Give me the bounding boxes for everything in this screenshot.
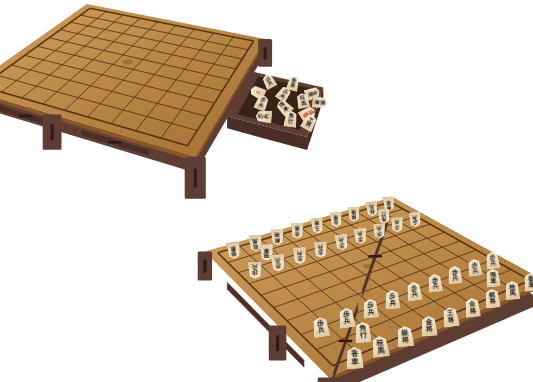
piece-kanji: 銀 将 [351, 209, 356, 219]
apron-drawer-panel-slot [339, 340, 353, 343]
piece-kanji: 銀 将 [489, 292, 496, 306]
piece-kanji: 香 車 [351, 351, 359, 367]
piece-kanji: 飛 車 [489, 272, 496, 285]
apron-panel-slot [108, 141, 122, 144]
piece-kanji: 金 将 [295, 226, 300, 237]
piece-kanji: 桂 馬 [376, 339, 385, 355]
piece-kanji: 歩 兵 [318, 243, 324, 255]
piece-kanji: 角 行 [287, 114, 294, 126]
piece-kanji: 香 車 [527, 275, 533, 288]
piece-kanji: 歩 兵 [390, 293, 397, 307]
piece-kanji: 香 車 [231, 244, 237, 256]
piece-kanji: 王 将 [447, 309, 455, 323]
piece-kanji: 香 車 [386, 199, 391, 209]
piece-kanji: 銀 将 [314, 99, 325, 105]
piece-kanji: 桂 馬 [509, 283, 516, 296]
piece-kanji: 角 行 [359, 325, 367, 340]
piece-kanji: 歩 兵 [452, 269, 458, 282]
piece-kanji: 桂 馬 [253, 238, 259, 250]
piece-kanji: 玉 将 [314, 220, 320, 231]
piece-kanji: 歩 兵 [342, 311, 350, 325]
piece-kanji: 桂 馬 [299, 95, 306, 106]
piece-kanji: 歩 兵 [412, 214, 418, 225]
piece-kanji: 飛 車 [264, 247, 270, 259]
piece-kanji: 金 将 [307, 89, 318, 97]
piece-kanji: 金 将 [425, 319, 432, 334]
piece-kanji: 歩 兵 [275, 257, 281, 269]
piece-kanji: 歩 兵 [377, 225, 382, 236]
piece-kanji: 歩 兵 [338, 237, 344, 249]
leg-west-slot [203, 260, 206, 273]
piece-kanji: 金 将 [333, 215, 338, 226]
piece-kanji: 歩 兵 [367, 302, 374, 316]
piece-kanji: と [255, 89, 262, 96]
piece-kanji: 歩 兵 [358, 231, 364, 242]
piece-kanji: 金 将 [469, 300, 477, 314]
piece-kanji: 歩 兵 [252, 264, 258, 276]
piece-kanji: 銀 将 [401, 329, 409, 344]
piece-kanji: 角 行 [381, 212, 386, 223]
wood-knot [123, 60, 133, 65]
piece-kanji: 歩 兵 [264, 76, 273, 87]
piece-kanji: 歩 兵 [317, 320, 325, 335]
piece-kanji: 歩 兵 [259, 113, 270, 119]
leg-left-mid-slot [276, 335, 279, 351]
piece-kanji: 歩 兵 [490, 254, 497, 266]
piece-kanji: 歩 兵 [432, 276, 439, 289]
piece-kanji: 香 車 [289, 78, 296, 89]
piece-kanji: 歩 兵 [395, 219, 400, 230]
apron-drawer-panel-slot [368, 255, 382, 258]
piece-kanji: 歩 兵 [297, 250, 303, 262]
piece-kanji: 銀 将 [274, 232, 279, 243]
leg-east-slot [264, 47, 267, 60]
piece-kanji: 歩 兵 [279, 88, 289, 99]
board-surface [0, 4, 265, 157]
leg-front-corner-slot [194, 169, 197, 188]
piece-kanji: 歩 兵 [471, 261, 478, 274]
leg-front-corner [318, 377, 340, 382]
piece-kanji: 歩 兵 [257, 97, 265, 109]
piece-kanji: 歩 兵 [411, 284, 418, 298]
leg-front-mid-slot [51, 124, 54, 140]
shogi-set-photo: 歩 兵香 車金 将と歩 兵桂 馬銀 将歩 兵飛 車成 香歩 兵角 行王 将香 車… [0, 0, 533, 382]
apron-panel-slot [19, 115, 33, 118]
piece-kanji: 桂 馬 [369, 204, 374, 214]
